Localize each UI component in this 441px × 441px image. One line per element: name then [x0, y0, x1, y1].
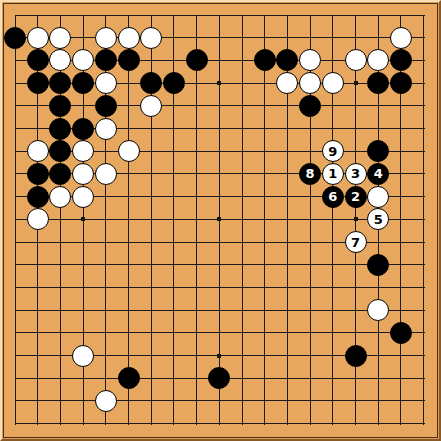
black-stone: [367, 140, 389, 162]
black-stone: [390, 72, 412, 94]
black-stone: [95, 95, 117, 117]
black-stone: [345, 345, 367, 367]
black-stone: [118, 367, 140, 389]
black-stone: [163, 72, 185, 94]
white-stone: [49, 186, 71, 208]
move-number: 7: [351, 236, 360, 249]
black-stone: [27, 49, 49, 71]
white-stone: [27, 208, 49, 230]
black-stone: [49, 140, 71, 162]
star-point: [217, 81, 221, 85]
black-stone: [367, 254, 389, 276]
move-number: 9: [328, 145, 337, 158]
white-stone: [72, 186, 94, 208]
white-stone: [27, 140, 49, 162]
white-stone: [367, 299, 389, 321]
move-number: 4: [374, 167, 383, 180]
grid-line-horizontal: [15, 332, 425, 333]
black-stone: [254, 49, 276, 71]
move-1-white-stone: 1: [322, 163, 344, 185]
black-stone: [208, 367, 230, 389]
black-stone: [95, 49, 117, 71]
star-point: [354, 81, 358, 85]
white-stone: [140, 27, 162, 49]
black-stone: [27, 72, 49, 94]
move-number: 8: [306, 167, 315, 180]
black-stone: [390, 322, 412, 344]
black-stone: [49, 72, 71, 94]
go-board: 981346257: [3, 3, 438, 438]
white-stone: [95, 390, 117, 412]
white-stone: [95, 27, 117, 49]
white-stone: [72, 345, 94, 367]
move-8-black-stone: 8: [299, 163, 321, 185]
black-stone: [49, 163, 71, 185]
black-stone: [49, 118, 71, 140]
white-stone: [345, 49, 367, 71]
move-number: 5: [374, 213, 383, 226]
move-number: 6: [328, 190, 337, 203]
grid-line-horizontal: [15, 423, 425, 424]
white-stone: [367, 49, 389, 71]
grid-line-horizontal: [15, 264, 425, 265]
move-9-white-stone: 9: [322, 140, 344, 162]
star-point: [354, 217, 358, 221]
white-stone: [118, 27, 140, 49]
white-stone: [49, 27, 71, 49]
black-stone: [390, 49, 412, 71]
white-stone: [72, 140, 94, 162]
black-stone: [4, 27, 26, 49]
grid-line-horizontal: [15, 400, 425, 401]
white-stone: [276, 72, 298, 94]
grid-line-vertical: [423, 15, 424, 425]
black-stone: [27, 163, 49, 185]
move-2-black-stone: 2: [345, 186, 367, 208]
go-board-frame: 981346257: [0, 0, 441, 441]
move-number: 3: [351, 167, 360, 180]
black-stone: [140, 72, 162, 94]
white-stone: [95, 163, 117, 185]
star-point: [81, 217, 85, 221]
black-stone: [299, 95, 321, 117]
grid-line-vertical: [242, 15, 243, 425]
grid-line-horizontal: [15, 310, 425, 311]
grid-line-horizontal: [15, 287, 425, 288]
white-stone: [367, 186, 389, 208]
white-stone: [299, 72, 321, 94]
white-stone: [95, 118, 117, 140]
black-stone: [118, 49, 140, 71]
white-stone: [299, 49, 321, 71]
black-stone: [27, 186, 49, 208]
white-stone: [72, 49, 94, 71]
move-3-white-stone: 3: [345, 163, 367, 185]
black-stone: [367, 72, 389, 94]
white-stone: [27, 27, 49, 49]
white-stone: [49, 49, 71, 71]
white-stone: [140, 95, 162, 117]
move-6-black-stone: 6: [322, 186, 344, 208]
black-stone: [276, 49, 298, 71]
white-stone: [322, 72, 344, 94]
move-number: 2: [351, 190, 360, 203]
white-stone: [390, 27, 412, 49]
star-point: [217, 217, 221, 221]
white-stone: [118, 140, 140, 162]
move-number: 1: [328, 167, 337, 180]
move-4-black-stone: 4: [367, 163, 389, 185]
black-stone: [72, 118, 94, 140]
move-7-white-stone: 7: [345, 231, 367, 253]
black-stone: [72, 72, 94, 94]
white-stone: [72, 163, 94, 185]
star-point: [217, 354, 221, 358]
black-stone: [49, 95, 71, 117]
move-5-white-stone: 5: [367, 208, 389, 230]
white-stone: [95, 72, 117, 94]
grid-line-vertical: [264, 15, 265, 425]
black-stone: [186, 49, 208, 71]
